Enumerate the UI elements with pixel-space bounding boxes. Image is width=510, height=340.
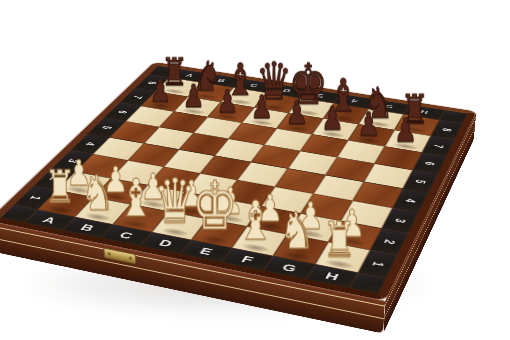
coordinate-label: 2 [382, 238, 397, 244]
coordinate-label: C [117, 230, 135, 240]
coordinate-label: 4 [84, 141, 97, 146]
coordinate-label: B [79, 222, 97, 232]
coordinate-label: 6 [423, 161, 436, 166]
rank-label-right: 3 [382, 208, 419, 233]
coordinate-label: 8 [441, 127, 454, 132]
piece-black-pawn: ♟ [182, 80, 204, 112]
piece-white-bishop: ♝ [117, 172, 154, 224]
piece-black-pawn: ♟ [393, 113, 416, 146]
coordinate-label: A [41, 215, 59, 225]
coordinate-label: 5 [100, 125, 113, 130]
coordinate-label: 7 [432, 144, 445, 149]
coordinate-label: G [280, 262, 298, 273]
piece-black-pawn: ♟ [285, 96, 308, 128]
coordinate-label: 1 [370, 261, 385, 268]
scene: ABCDEFGH8♜♞♝♛♚♝♞♜87♟♟♟♟♟♟♟♟7665544332♟♟♟… [0, 0, 510, 340]
coordinate-label: 1 [28, 195, 43, 200]
piece-black-pawn: ♟ [149, 75, 171, 106]
coordinate-label: 6 [116, 110, 129, 114]
coordinate-label: H [324, 270, 341, 281]
piece-white-bishop: ♝ [236, 194, 274, 248]
piece-white-knight: ♞ [80, 169, 114, 217]
piece-white-rook: ♜ [322, 216, 356, 264]
piece-white-knight: ♞ [279, 205, 315, 256]
photo-stage: ABCDEFGH8♜♞♝♛♚♝♞♜87♟♟♟♟♟♟♟♟7665544332♟♟♟… [0, 0, 510, 340]
coordinate-label: F [240, 254, 256, 265]
chess-box: ABCDEFGH8♜♞♝♛♚♝♞♜87♟♟♟♟♟♟♟♟7665544332♟♟♟… [0, 62, 476, 301]
coordinate-label: 5 [414, 179, 428, 184]
board-corner [350, 273, 386, 294]
coordinate-label: E [198, 246, 215, 257]
piece-black-pawn: ♟ [357, 107, 380, 140]
piece-white-rook: ♜ [44, 165, 75, 210]
piece-black-pawn: ♟ [250, 91, 272, 123]
piece-black-pawn: ♟ [216, 85, 238, 117]
coordinate-label: 7 [132, 95, 144, 99]
piece-white-king: ♚ [191, 173, 238, 240]
coordinate-label: D [157, 238, 175, 249]
coordinate-label: 3 [393, 218, 407, 224]
piece-black-pawn: ♟ [321, 102, 344, 135]
coordinate-label: 4 [404, 198, 418, 204]
piece-white-queen: ♛ [153, 171, 196, 233]
brass-latch [103, 248, 136, 265]
